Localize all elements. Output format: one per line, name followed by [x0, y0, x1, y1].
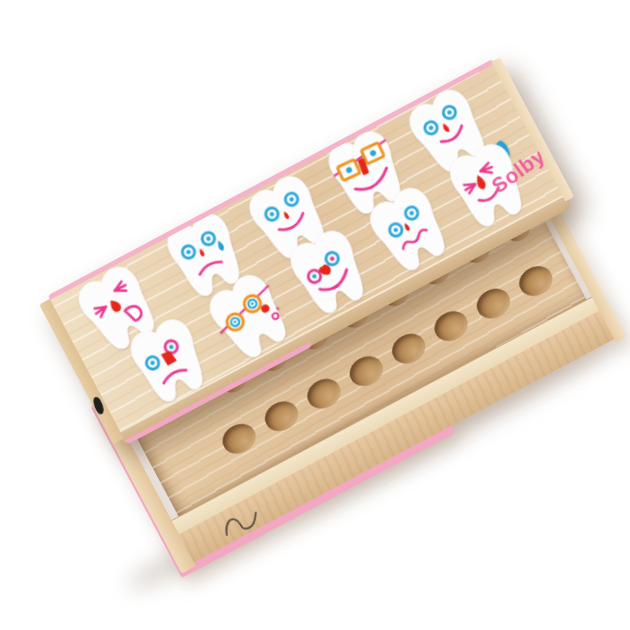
product-photo: Solby: [0, 0, 630, 630]
tooth-hole: [472, 283, 515, 324]
tooth-hole: [302, 373, 345, 414]
tooth-hole: [387, 328, 430, 369]
tooth-hole: [218, 418, 261, 459]
tooth-hole: [345, 351, 388, 392]
tooth-hole: [429, 306, 472, 347]
tooth-hole: [260, 396, 303, 437]
tooth-hole: [514, 261, 557, 302]
end-stamp-mark: [92, 396, 106, 416]
